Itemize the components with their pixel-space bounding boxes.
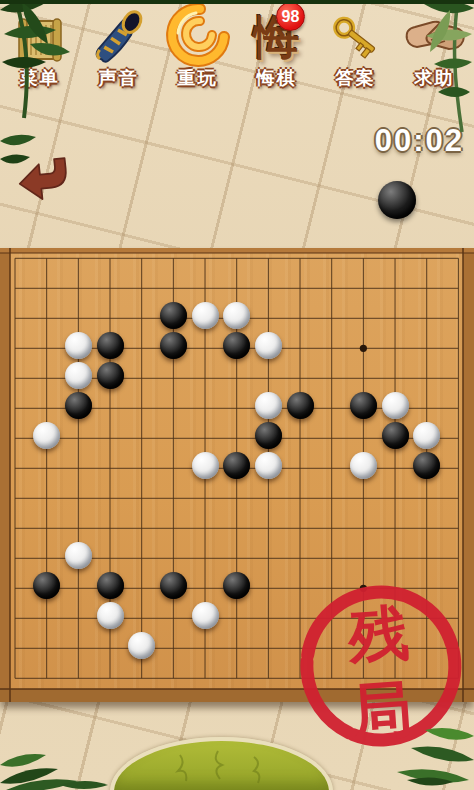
stone-black-r2c5 xyxy=(160,302,187,329)
endgame-stamp: 残 局 xyxy=(286,580,474,758)
timer-label: 00:02 xyxy=(375,123,464,159)
stone-white-r5c8 xyxy=(255,392,282,419)
toolbar: 菜单 声音 xyxy=(0,3,474,95)
menu-label: 菜单 xyxy=(0,66,79,90)
scroll-icon xyxy=(0,3,79,67)
stone-white-r12c6 xyxy=(192,602,219,629)
key-icon xyxy=(316,3,395,67)
back-button[interactable] xyxy=(14,150,70,206)
stone-white-r3c8 xyxy=(255,332,282,359)
stone-black-r7c13 xyxy=(413,452,440,479)
stone-black-r3c3 xyxy=(97,332,124,359)
stone-black-r7c7 xyxy=(223,452,250,479)
stone-white-r5c12 xyxy=(382,392,409,419)
stone-white-r4c2 xyxy=(65,362,92,389)
handshake-icon xyxy=(395,3,474,67)
stone-white-r6c1 xyxy=(33,422,60,449)
help-label: 求助 xyxy=(395,66,474,90)
grass-mound xyxy=(110,737,333,790)
turn-indicator-stone xyxy=(378,181,416,219)
stone-white-r10c2 xyxy=(65,542,92,569)
stone-white-r3c2 xyxy=(65,332,92,359)
bamboo-leaves-bottom-left xyxy=(0,735,112,790)
help-button[interactable]: 求助 xyxy=(395,3,474,95)
stamp-char-top: 残 xyxy=(344,599,411,670)
game-screen: 菜单 声音 xyxy=(0,0,474,790)
undo-button[interactable]: 悔 98 悔棋 xyxy=(237,3,316,95)
top-border xyxy=(0,0,474,4)
stone-black-r3c7 xyxy=(223,332,250,359)
stone-black-r6c12 xyxy=(382,422,409,449)
answer-button[interactable]: 答案 xyxy=(316,3,395,95)
replay-button[interactable]: 重玩 xyxy=(158,3,237,95)
stone-white-r13c4 xyxy=(128,632,155,659)
stone-black-r11c3 xyxy=(97,572,124,599)
stamp-char-bottom: 局 xyxy=(347,674,415,747)
stone-black-r3c5 xyxy=(160,332,187,359)
undo-count-badge: 98 xyxy=(276,2,305,31)
swirl-replay-icon xyxy=(158,3,237,67)
sound-button[interactable]: 声音 xyxy=(79,3,158,95)
stone-white-r12c3 xyxy=(97,602,124,629)
stone-black-r11c1 xyxy=(33,572,60,599)
stone-white-r7c8 xyxy=(255,452,282,479)
sound-label: 声音 xyxy=(79,66,158,90)
replay-label: 重玩 xyxy=(158,66,237,90)
menu-button[interactable]: 菜单 xyxy=(0,3,79,95)
undo-label: 悔棋 xyxy=(237,66,316,90)
stone-black-r11c7 xyxy=(223,572,250,599)
stone-white-r7c6 xyxy=(192,452,219,479)
stone-white-r7c11 xyxy=(350,452,377,479)
stone-black-r6c8 xyxy=(255,422,282,449)
horn-icon xyxy=(79,3,158,67)
stone-white-r2c6 xyxy=(192,302,219,329)
stone-black-r5c2 xyxy=(65,392,92,419)
stone-black-r11c5 xyxy=(160,572,187,599)
stone-black-r4c3 xyxy=(97,362,124,389)
answer-label: 答案 xyxy=(316,66,395,90)
stone-black-r5c11 xyxy=(350,392,377,419)
stone-white-r2c7 xyxy=(223,302,250,329)
stone-black-r5c9 xyxy=(287,392,314,419)
stone-white-r6c13 xyxy=(413,422,440,449)
